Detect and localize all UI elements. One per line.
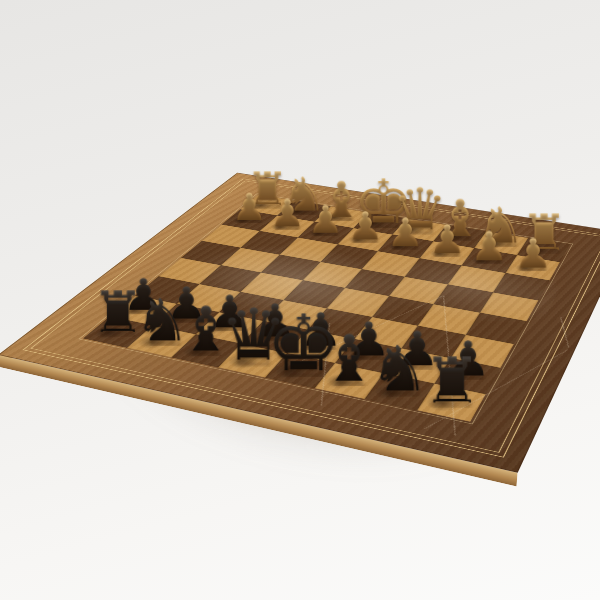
scene: ♜♞♝♛♚♝♞♜♟♟♟♟♟♟♟♟♟♟♟♟♟♟♟♟♜♞♝♚♛♝♞♜ <box>0 0 600 600</box>
piece-black-rook-a8[interactable]: ♜ <box>416 349 487 402</box>
piece-white-pawn-a2[interactable]: ♟ <box>504 233 562 268</box>
photo-background: ♜♞♝♛♚♝♞♜♟♟♟♟♟♟♟♟♟♟♟♟♟♟♟♟♜♞♝♚♛♝♞♜ <box>0 0 600 600</box>
chess-board: ♜♞♝♛♚♝♞♜♟♟♟♟♟♟♟♟♟♟♟♟♟♟♟♟♜♞♝♚♛♝♞♜ <box>0 173 600 473</box>
